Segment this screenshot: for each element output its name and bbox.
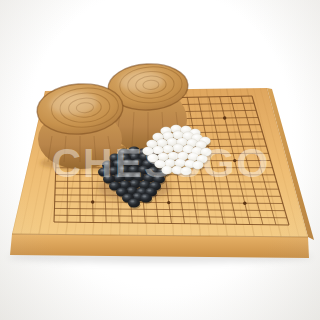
black-stone-glint [124,195,128,197]
black-stone-glint [134,194,138,196]
black-stone-glint [130,200,134,202]
black-stone [128,198,140,207]
star-point [243,201,246,204]
board-front-face [10,234,309,258]
go-set-scene: CHESSGO [0,0,320,320]
watermark-text: CHESSGO [51,140,270,186]
star-point [91,200,94,203]
black-stone [140,193,152,202]
black-stone-glint [142,195,146,197]
black-stone-glint [128,188,132,190]
black-stone-glint [147,189,151,191]
star-point [223,116,226,119]
product-photo: CHESSGO [0,0,320,320]
black-stone-glint [118,189,122,191]
star-point [167,201,170,204]
black-stone-glint [138,189,142,191]
